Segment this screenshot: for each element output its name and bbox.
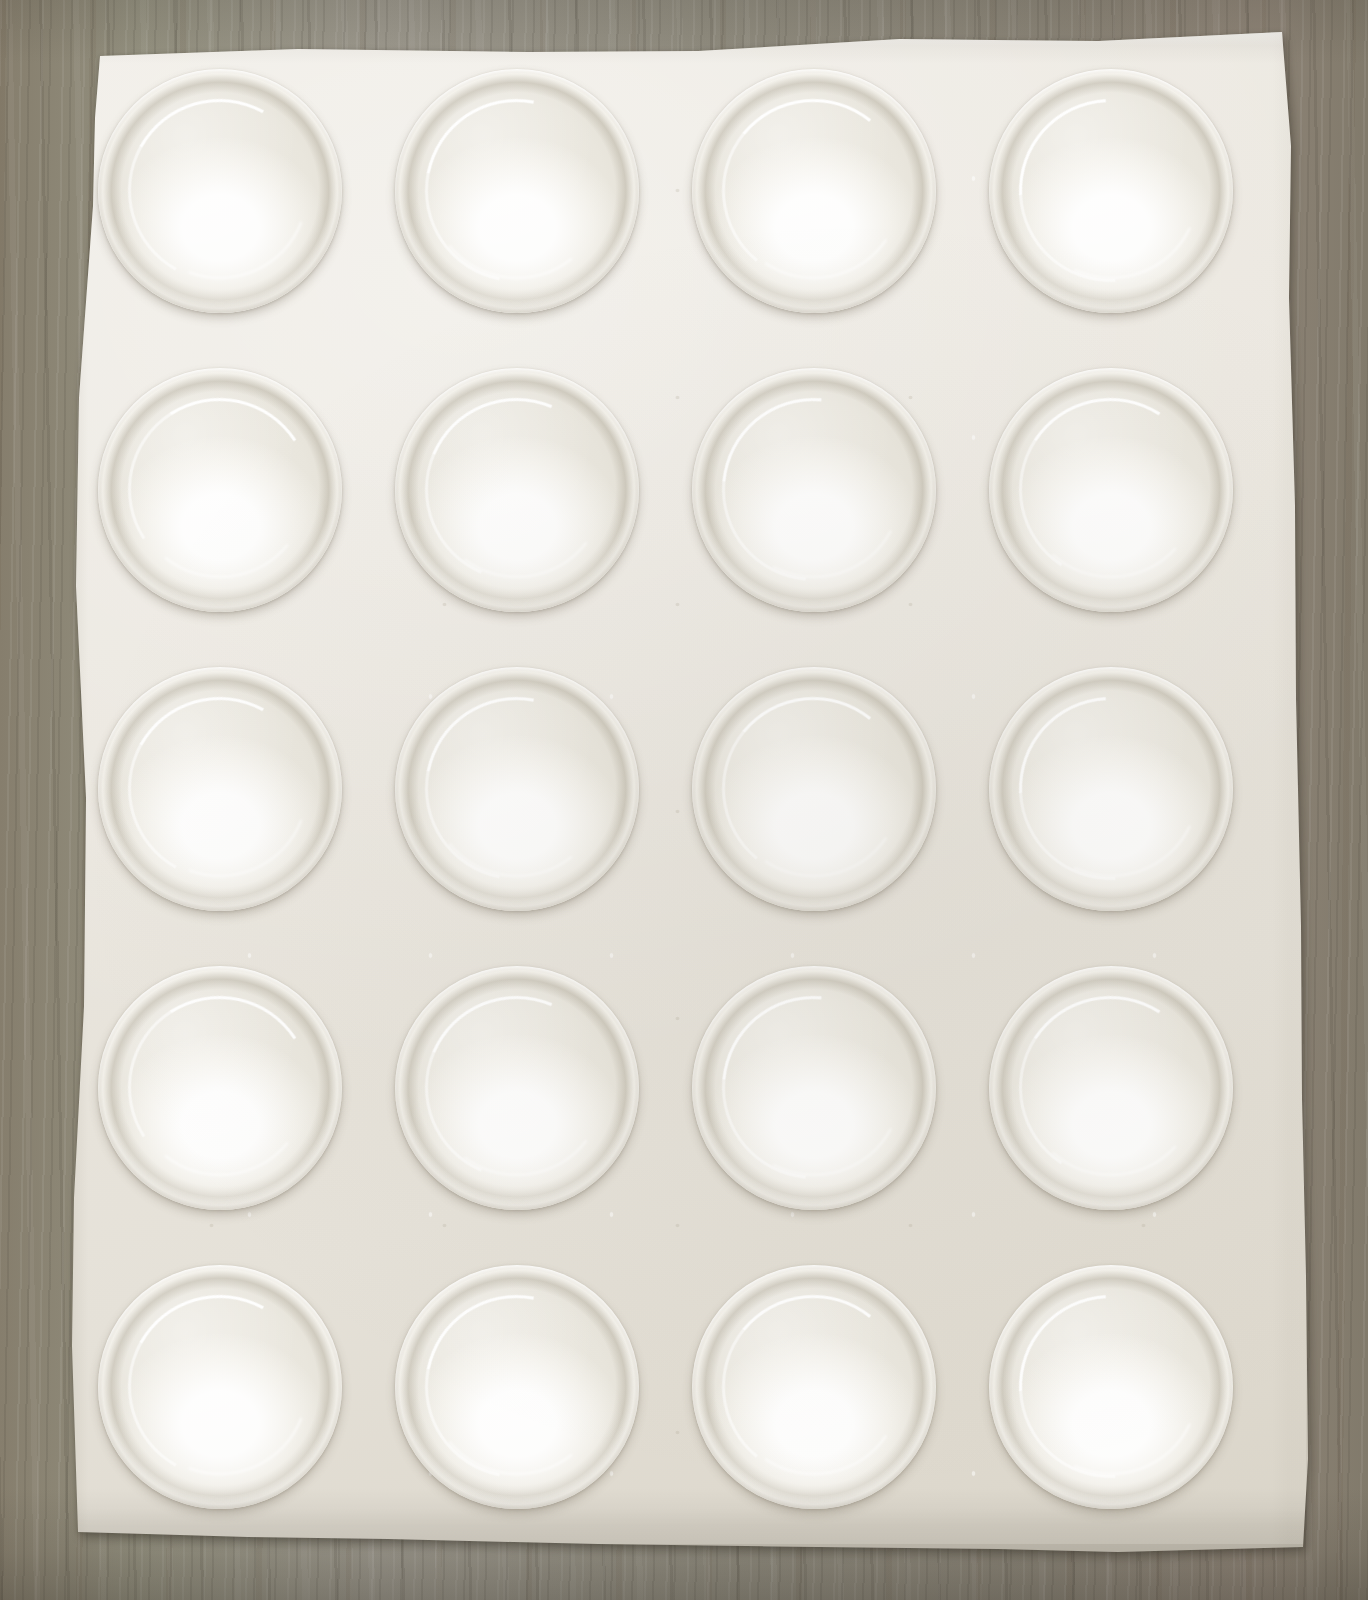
clear-bumper-pad xyxy=(98,69,342,313)
grid-cell-r2c2 xyxy=(368,340,665,639)
grid-cell-r5c3 xyxy=(665,1237,962,1536)
grid-cell-r4c3 xyxy=(665,938,962,1237)
grid-cell-r5c2 xyxy=(368,1237,665,1536)
clear-bumper-pad xyxy=(692,69,936,313)
backing-sheet xyxy=(58,26,1312,1560)
clear-bumper-pad xyxy=(989,368,1233,612)
grid-cell-r3c4 xyxy=(962,639,1259,938)
grid-cell-r4c2 xyxy=(368,938,665,1237)
clear-bumper-pad xyxy=(395,667,639,911)
grid-cell-r1c2 xyxy=(368,41,665,340)
clear-bumper-pad xyxy=(98,667,342,911)
clear-bumper-pad xyxy=(989,1265,1233,1509)
grid-cell-r1c3 xyxy=(665,41,962,340)
grid-cell-r4c4 xyxy=(962,938,1259,1237)
grid-cell-r2c4 xyxy=(962,340,1259,639)
clear-bumper-pad xyxy=(989,667,1233,911)
clear-bumper-pad xyxy=(98,1265,342,1509)
clear-bumper-pad xyxy=(989,966,1233,1210)
clear-bumper-pad xyxy=(692,368,936,612)
grid-cell-r2c3 xyxy=(665,340,962,639)
grid-cell-r3c1 xyxy=(71,639,368,938)
grid-cell-r5c1 xyxy=(71,1237,368,1536)
clear-bumper-pad xyxy=(989,69,1233,313)
clear-bumper-pad xyxy=(395,368,639,612)
sheet-shadow-wrapper xyxy=(0,0,1368,1600)
clear-bumper-pad xyxy=(395,1265,639,1509)
clear-bumper-pad xyxy=(692,1265,936,1509)
grid-cell-r5c4 xyxy=(962,1237,1259,1536)
grid-cell-r3c2 xyxy=(368,639,665,938)
grid-cell-r4c1 xyxy=(71,938,368,1237)
bumper-grid xyxy=(71,41,1259,1536)
grid-cell-r1c4 xyxy=(962,41,1259,340)
clear-bumper-pad xyxy=(98,368,342,612)
photo-of-bumper-pad-sheet xyxy=(0,0,1368,1600)
clear-bumper-pad xyxy=(395,69,639,313)
clear-bumper-pad xyxy=(395,966,639,1210)
grid-cell-r2c1 xyxy=(71,340,368,639)
clear-bumper-pad xyxy=(692,667,936,911)
grid-cell-r1c1 xyxy=(71,41,368,340)
clear-bumper-pad xyxy=(98,966,342,1210)
grid-cell-r3c3 xyxy=(665,639,962,938)
clear-bumper-pad xyxy=(692,966,936,1210)
